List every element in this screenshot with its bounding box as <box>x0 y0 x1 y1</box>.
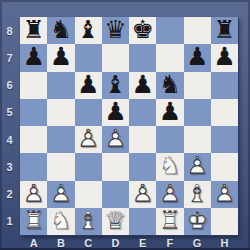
piece-black-pawn: ♟ <box>129 71 156 98</box>
piece-white-bishop-outline: ♗ <box>75 207 102 234</box>
piece-white-knight: ♞ <box>47 207 74 234</box>
square-e8[interactable]: ♚ <box>129 17 156 44</box>
piece-white-pawn-outline: ♙ <box>102 125 129 152</box>
square-c3[interactable] <box>75 153 102 180</box>
square-f1[interactable]: ♜♖ <box>156 208 183 235</box>
piece-white-pawn: ♟ <box>156 180 183 207</box>
square-a7[interactable]: ♟ <box>20 44 47 71</box>
square-b3[interactable] <box>47 153 74 180</box>
square-e1[interactable] <box>129 208 156 235</box>
piece-black-pawn: ♟ <box>47 43 74 70</box>
piece-white-pawn: ♟ <box>211 180 238 207</box>
square-h5[interactable] <box>211 99 238 126</box>
square-h1[interactable] <box>211 208 238 235</box>
square-f2[interactable]: ♟♙ <box>156 181 183 208</box>
square-g6[interactable] <box>184 72 211 99</box>
rank-label-3: 3 <box>0 153 19 180</box>
file-label-c: C <box>75 235 102 250</box>
square-e2[interactable]: ♟♙ <box>129 181 156 208</box>
piece-black-pawn: ♟ <box>75 71 102 98</box>
square-f7[interactable] <box>156 44 183 71</box>
square-c8[interactable]: ♝ <box>75 17 102 44</box>
piece-white-pawn-outline: ♙ <box>75 125 102 152</box>
piece-white-pawn: ♟ <box>184 152 211 179</box>
square-b5[interactable] <box>47 99 74 126</box>
square-f5[interactable]: ♟ <box>156 99 183 126</box>
piece-white-pawn: ♟ <box>47 180 74 207</box>
file-label-d: D <box>102 235 129 250</box>
square-e3[interactable] <box>129 153 156 180</box>
square-h6[interactable] <box>211 72 238 99</box>
piece-black-pawn: ♟ <box>20 43 47 70</box>
square-g2[interactable]: ♝♗ <box>184 181 211 208</box>
square-f3[interactable]: ♞♘ <box>156 153 183 180</box>
square-a5[interactable] <box>20 99 47 126</box>
square-h8[interactable]: ♜ <box>211 17 238 44</box>
square-g8[interactable] <box>184 17 211 44</box>
file-label-b: B <box>47 235 74 250</box>
square-c4[interactable]: ♟♙ <box>75 126 102 153</box>
square-e4[interactable] <box>129 126 156 153</box>
file-label-g: G <box>184 235 211 250</box>
piece-white-queen-outline: ♕ <box>102 207 129 234</box>
square-e7[interactable] <box>129 44 156 71</box>
rank-label-8: 8 <box>0 17 19 44</box>
square-g3[interactable]: ♟♙ <box>184 153 211 180</box>
chess-board-frame: 8 7 6 5 4 3 2 1 ♜♞♝♛♚♜♟♟♟♟♟♝♟♞♟♟♟♙♟♙♞♘♟♙… <box>0 0 250 250</box>
piece-black-rook: ♜ <box>20 16 47 43</box>
piece-white-knight: ♞ <box>156 152 183 179</box>
square-d7[interactable] <box>102 44 129 71</box>
piece-white-rook: ♜ <box>156 207 183 234</box>
piece-white-knight-outline: ♘ <box>47 207 74 234</box>
piece-white-king-outline: ♔ <box>184 207 211 234</box>
square-b6[interactable] <box>47 72 74 99</box>
square-a4[interactable] <box>20 126 47 153</box>
piece-white-rook: ♜ <box>20 207 47 234</box>
piece-white-pawn-outline: ♙ <box>47 180 74 207</box>
piece-black-pawn: ♟ <box>184 43 211 70</box>
piece-black-rook: ♜ <box>211 16 238 43</box>
square-b8[interactable]: ♞ <box>47 17 74 44</box>
square-d5[interactable]: ♟ <box>102 99 129 126</box>
piece-black-pawn: ♟ <box>102 98 129 125</box>
piece-white-bishop: ♝ <box>75 207 102 234</box>
piece-white-pawn: ♟ <box>129 180 156 207</box>
piece-white-knight-outline: ♘ <box>156 152 183 179</box>
rank-labels: 8 7 6 5 4 3 2 1 <box>0 17 19 235</box>
rank-label-4: 4 <box>0 126 19 153</box>
piece-white-pawn-outline: ♙ <box>211 180 238 207</box>
square-c7[interactable] <box>75 44 102 71</box>
square-d3[interactable] <box>102 153 129 180</box>
piece-white-pawn-outline: ♙ <box>184 152 211 179</box>
square-f4[interactable] <box>156 126 183 153</box>
piece-black-pawn: ♟ <box>156 98 183 125</box>
rank-label-7: 7 <box>0 44 19 71</box>
piece-black-knight: ♞ <box>156 71 183 98</box>
square-e5[interactable] <box>129 99 156 126</box>
piece-white-bishop: ♝ <box>184 180 211 207</box>
square-h4[interactable] <box>211 126 238 153</box>
square-d1[interactable]: ♛♕ <box>102 208 129 235</box>
square-a2[interactable]: ♟♙ <box>20 181 47 208</box>
file-label-h: H <box>211 235 238 250</box>
file-label-f: F <box>156 235 183 250</box>
piece-white-pawn: ♟ <box>102 125 129 152</box>
square-a3[interactable] <box>20 153 47 180</box>
piece-black-bishop: ♝ <box>75 16 102 43</box>
square-d4[interactable]: ♟♙ <box>102 126 129 153</box>
piece-white-pawn-outline: ♙ <box>20 180 47 207</box>
square-b7[interactable]: ♟ <box>47 44 74 71</box>
piece-black-bishop: ♝ <box>102 71 129 98</box>
square-g7[interactable]: ♟ <box>184 44 211 71</box>
piece-white-pawn-outline: ♙ <box>129 180 156 207</box>
square-g1[interactable]: ♚♔ <box>184 208 211 235</box>
square-c1[interactable]: ♝♗ <box>75 208 102 235</box>
square-b1[interactable]: ♞♘ <box>47 208 74 235</box>
square-a1[interactable]: ♜♖ <box>20 208 47 235</box>
piece-white-pawn-outline: ♙ <box>156 180 183 207</box>
square-b4[interactable] <box>47 126 74 153</box>
square-f8[interactable] <box>156 17 183 44</box>
square-c5[interactable] <box>75 99 102 126</box>
square-h7[interactable]: ♟ <box>211 44 238 71</box>
rank-label-2: 2 <box>0 181 19 208</box>
square-c6[interactable]: ♟ <box>75 72 102 99</box>
piece-white-rook-outline: ♖ <box>20 207 47 234</box>
piece-white-pawn: ♟ <box>75 125 102 152</box>
rank-label-5: 5 <box>0 99 19 126</box>
piece-black-pawn: ♟ <box>211 43 238 70</box>
square-a6[interactable] <box>20 72 47 99</box>
square-h2[interactable]: ♟♙ <box>211 181 238 208</box>
square-d8[interactable]: ♛ <box>102 17 129 44</box>
piece-white-pawn: ♟ <box>20 180 47 207</box>
square-g5[interactable] <box>184 99 211 126</box>
square-b2[interactable]: ♟♙ <box>47 181 74 208</box>
piece-black-knight: ♞ <box>47 16 74 43</box>
piece-white-king: ♚ <box>184 207 211 234</box>
square-f6[interactable]: ♞ <box>156 72 183 99</box>
piece-white-bishop-outline: ♗ <box>184 180 211 207</box>
square-g4[interactable] <box>184 126 211 153</box>
square-c2[interactable] <box>75 181 102 208</box>
piece-black-queen: ♛ <box>102 16 129 43</box>
square-h3[interactable] <box>211 153 238 180</box>
piece-black-king: ♚ <box>129 16 156 43</box>
rank-label-1: 1 <box>0 208 19 235</box>
piece-white-rook-outline: ♖ <box>156 207 183 234</box>
square-d6[interactable]: ♝ <box>102 72 129 99</box>
square-a8[interactable]: ♜ <box>20 17 47 44</box>
square-e6[interactable]: ♟ <box>129 72 156 99</box>
file-labels: A B C D E F G H <box>20 235 238 250</box>
piece-white-queen: ♛ <box>102 207 129 234</box>
file-label-a: A <box>20 235 47 250</box>
rank-label-6: 6 <box>0 72 19 99</box>
chess-board: ♜♞♝♛♚♜♟♟♟♟♟♝♟♞♟♟♟♙♟♙♞♘♟♙♟♙♟♙♟♙♟♙♝♗♟♙♜♖♞♘… <box>20 17 238 235</box>
file-label-e: E <box>129 235 156 250</box>
square-d2[interactable] <box>102 181 129 208</box>
